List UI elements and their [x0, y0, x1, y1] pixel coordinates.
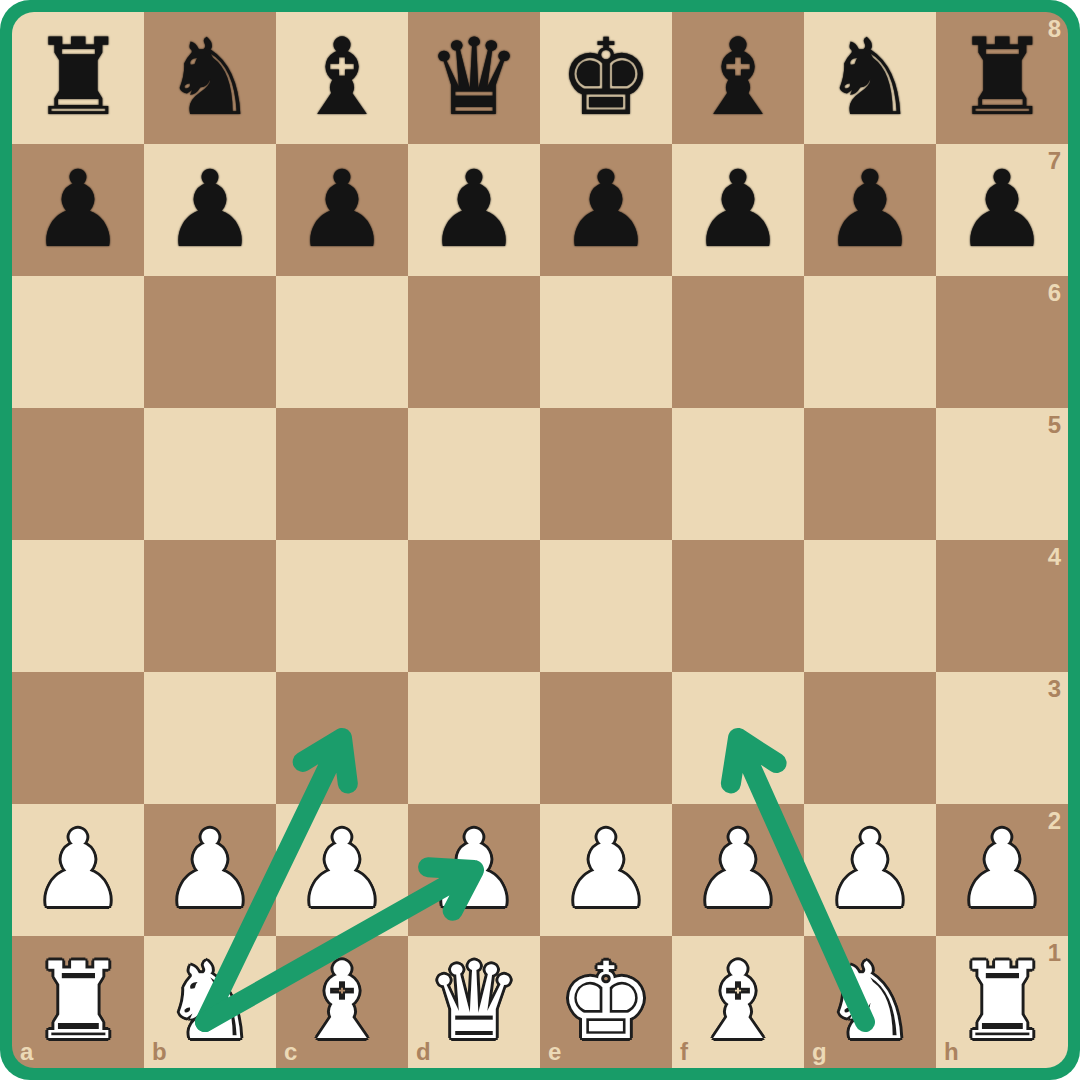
- file-label-c: c: [284, 1040, 297, 1064]
- square-c8[interactable]: ♝: [276, 12, 408, 144]
- square-g4[interactable]: [804, 540, 936, 672]
- square-d3[interactable]: [408, 672, 540, 804]
- piece-black-knight-g8[interactable]: ♞: [822, 12, 917, 144]
- piece-black-pawn-d7[interactable]: ♟: [426, 144, 521, 276]
- piece-white-pawn-a2[interactable]: ♟: [30, 804, 125, 936]
- chess-board[interactable]: ♜♞♝♛♚♝♞♜8♟♟♟♟♟♟♟♟76543♟♟♟♟♟♟♟♟2♜a♞b♝c♛d♚…: [12, 12, 1068, 1068]
- file-label-d: d: [416, 1040, 431, 1064]
- square-e7[interactable]: ♟: [540, 144, 672, 276]
- square-a6[interactable]: [12, 276, 144, 408]
- chess-app-screenshot: ♜♞♝♛♚♝♞♜8♟♟♟♟♟♟♟♟76543♟♟♟♟♟♟♟♟2♜a♞b♝c♛d♚…: [0, 0, 1080, 1080]
- file-label-h: h: [944, 1040, 959, 1064]
- square-d5[interactable]: [408, 408, 540, 540]
- piece-black-bishop-f8[interactable]: ♝: [690, 12, 785, 144]
- square-f8[interactable]: ♝: [672, 12, 804, 144]
- piece-black-pawn-g7[interactable]: ♟: [822, 144, 917, 276]
- piece-black-rook-h8[interactable]: ♜: [954, 12, 1049, 144]
- square-d2[interactable]: ♟: [408, 804, 540, 936]
- square-c6[interactable]: [276, 276, 408, 408]
- piece-black-rook-a8[interactable]: ♜: [30, 12, 125, 144]
- piece-white-pawn-b2[interactable]: ♟: [162, 804, 257, 936]
- piece-white-pawn-g2[interactable]: ♟: [822, 804, 917, 936]
- square-e3[interactable]: [540, 672, 672, 804]
- piece-white-rook-a1[interactable]: ♜: [30, 936, 125, 1068]
- rank-label-3: 3: [1048, 677, 1061, 701]
- piece-black-bishop-c8[interactable]: ♝: [294, 12, 389, 144]
- square-h8[interactable]: ♜8: [936, 12, 1068, 144]
- piece-white-pawn-f2[interactable]: ♟: [690, 804, 785, 936]
- square-d6[interactable]: [408, 276, 540, 408]
- square-e1[interactable]: ♚e: [540, 936, 672, 1068]
- square-f2[interactable]: ♟: [672, 804, 804, 936]
- square-c2[interactable]: ♟: [276, 804, 408, 936]
- square-g1[interactable]: ♞g: [804, 936, 936, 1068]
- rank-label-1: 1: [1048, 941, 1061, 965]
- piece-black-pawn-h7[interactable]: ♟: [954, 144, 1049, 276]
- piece-black-king-e8[interactable]: ♚: [558, 12, 653, 144]
- square-c1[interactable]: ♝c: [276, 936, 408, 1068]
- square-d4[interactable]: [408, 540, 540, 672]
- square-b7[interactable]: ♟: [144, 144, 276, 276]
- square-f4[interactable]: [672, 540, 804, 672]
- file-label-a: a: [20, 1040, 33, 1064]
- rank-label-4: 4: [1048, 545, 1061, 569]
- square-g2[interactable]: ♟: [804, 804, 936, 936]
- square-b1[interactable]: ♞b: [144, 936, 276, 1068]
- square-g5[interactable]: [804, 408, 936, 540]
- square-c7[interactable]: ♟: [276, 144, 408, 276]
- file-label-b: b: [152, 1040, 167, 1064]
- square-b3[interactable]: [144, 672, 276, 804]
- piece-white-bishop-c1[interactable]: ♝: [294, 936, 389, 1068]
- piece-black-pawn-e7[interactable]: ♟: [558, 144, 653, 276]
- square-c4[interactable]: [276, 540, 408, 672]
- piece-black-queen-d8[interactable]: ♛: [426, 12, 521, 144]
- square-g7[interactable]: ♟: [804, 144, 936, 276]
- square-d7[interactable]: ♟: [408, 144, 540, 276]
- square-h6[interactable]: 6: [936, 276, 1068, 408]
- square-b4[interactable]: [144, 540, 276, 672]
- piece-black-pawn-c7[interactable]: ♟: [294, 144, 389, 276]
- square-f5[interactable]: [672, 408, 804, 540]
- piece-black-pawn-f7[interactable]: ♟: [690, 144, 785, 276]
- square-e6[interactable]: [540, 276, 672, 408]
- square-h1[interactable]: ♜1h: [936, 936, 1068, 1068]
- square-e5[interactable]: [540, 408, 672, 540]
- square-b8[interactable]: ♞: [144, 12, 276, 144]
- piece-white-rook-h1[interactable]: ♜: [954, 936, 1049, 1068]
- piece-white-knight-b1[interactable]: ♞: [162, 936, 257, 1068]
- square-h7[interactable]: ♟7: [936, 144, 1068, 276]
- square-e8[interactable]: ♚: [540, 12, 672, 144]
- square-a1[interactable]: ♜a: [12, 936, 144, 1068]
- piece-white-king-e1[interactable]: ♚: [558, 936, 653, 1068]
- square-h2[interactable]: ♟2: [936, 804, 1068, 936]
- square-e4[interactable]: [540, 540, 672, 672]
- square-b6[interactable]: [144, 276, 276, 408]
- square-f3[interactable]: [672, 672, 804, 804]
- file-label-e: e: [548, 1040, 561, 1064]
- piece-white-pawn-e2[interactable]: ♟: [558, 804, 653, 936]
- rank-label-8: 8: [1048, 17, 1061, 41]
- square-d1[interactable]: ♛d: [408, 936, 540, 1068]
- square-f7[interactable]: ♟: [672, 144, 804, 276]
- square-d8[interactable]: ♛: [408, 12, 540, 144]
- square-f1[interactable]: ♝f: [672, 936, 804, 1068]
- square-a2[interactable]: ♟: [12, 804, 144, 936]
- square-a8[interactable]: ♜: [12, 12, 144, 144]
- square-a3[interactable]: [12, 672, 144, 804]
- square-g8[interactable]: ♞: [804, 12, 936, 144]
- piece-black-knight-b8[interactable]: ♞: [162, 12, 257, 144]
- square-c3[interactable]: [276, 672, 408, 804]
- square-a4[interactable]: [12, 540, 144, 672]
- square-b5[interactable]: [144, 408, 276, 540]
- rank-label-2: 2: [1048, 809, 1061, 833]
- file-label-g: g: [812, 1040, 827, 1064]
- square-g3[interactable]: [804, 672, 936, 804]
- square-a5[interactable]: [12, 408, 144, 540]
- piece-white-pawn-d2[interactable]: ♟: [426, 804, 521, 936]
- square-e2[interactable]: ♟: [540, 804, 672, 936]
- piece-white-knight-g1[interactable]: ♞: [822, 936, 917, 1068]
- piece-black-pawn-a7[interactable]: ♟: [30, 144, 125, 276]
- rank-label-6: 6: [1048, 281, 1061, 305]
- square-f6[interactable]: [672, 276, 804, 408]
- square-g6[interactable]: [804, 276, 936, 408]
- rank-label-5: 5: [1048, 413, 1061, 437]
- square-b2[interactable]: ♟: [144, 804, 276, 936]
- piece-white-pawn-h2[interactable]: ♟: [954, 804, 1049, 936]
- piece-white-queen-d1[interactable]: ♛: [426, 936, 521, 1068]
- square-h4[interactable]: 4: [936, 540, 1068, 672]
- file-label-f: f: [680, 1040, 688, 1064]
- square-c5[interactable]: [276, 408, 408, 540]
- piece-white-pawn-c2[interactable]: ♟: [294, 804, 389, 936]
- square-h5[interactable]: 5: [936, 408, 1068, 540]
- piece-black-pawn-b7[interactable]: ♟: [162, 144, 257, 276]
- piece-white-bishop-f1[interactable]: ♝: [690, 936, 785, 1068]
- square-h3[interactable]: 3: [936, 672, 1068, 804]
- rank-label-7: 7: [1048, 149, 1061, 173]
- square-a7[interactable]: ♟: [12, 144, 144, 276]
